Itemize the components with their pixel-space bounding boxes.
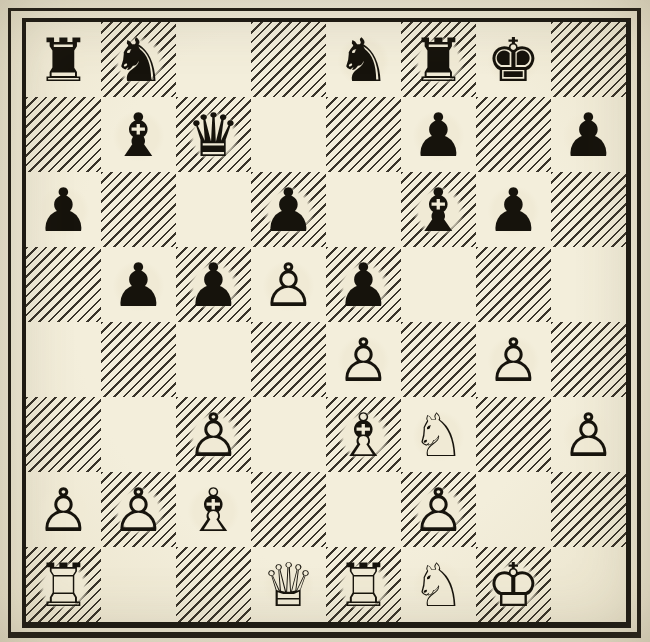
book-page: { "game": "chess", "diagram": { "style":… xyxy=(0,0,650,642)
white-pawn-g4: ♙ xyxy=(476,322,551,397)
black-rook-a8: ♜ xyxy=(26,22,101,97)
square-c5: ♟ xyxy=(176,247,251,322)
square-c3: ♙ xyxy=(176,397,251,472)
square-a1: ♖ xyxy=(26,547,101,622)
white-queen-d1: ♕ xyxy=(251,547,326,622)
white-bishop-e3: ♗ xyxy=(326,397,401,472)
white-knight-f3: ♘ xyxy=(401,397,476,472)
black-knight-b8: ♞ xyxy=(101,22,176,97)
black-pawn-a6: ♟ xyxy=(26,172,101,247)
square-g5 xyxy=(476,247,551,322)
square-h4 xyxy=(551,322,626,397)
square-c7: ♛ xyxy=(176,97,251,172)
square-h2 xyxy=(551,472,626,547)
square-f2: ♙ xyxy=(401,472,476,547)
black-king-g8: ♚ xyxy=(476,22,551,97)
white-pawn-d5: ♙ xyxy=(251,247,326,322)
square-g3 xyxy=(476,397,551,472)
square-e6 xyxy=(326,172,401,247)
square-b8: ♞ xyxy=(101,22,176,97)
square-a4 xyxy=(26,322,101,397)
black-pawn-f7: ♟ xyxy=(401,97,476,172)
square-d3 xyxy=(251,397,326,472)
square-e5: ♟ xyxy=(326,247,401,322)
square-e4: ♙ xyxy=(326,322,401,397)
square-f1: ♘ xyxy=(401,547,476,622)
white-king-g1: ♔ xyxy=(476,547,551,622)
square-b5: ♟ xyxy=(101,247,176,322)
white-rook-a1: ♖ xyxy=(26,547,101,622)
square-g2 xyxy=(476,472,551,547)
chess-board: ♜♞♞♜♚♝♛♟♟♟♟♝♟♟♟♙♟♙♙♙♗♘♙♙♙♗♙♖♕♖♘♔ xyxy=(26,22,626,622)
square-a7 xyxy=(26,97,101,172)
square-b7: ♝ xyxy=(101,97,176,172)
white-knight-f1: ♘ xyxy=(401,547,476,622)
black-pawn-h7: ♟ xyxy=(551,97,626,172)
square-h8 xyxy=(551,22,626,97)
black-bishop-f6: ♝ xyxy=(401,172,476,247)
white-bishop-c2: ♗ xyxy=(176,472,251,547)
black-rook-f8: ♜ xyxy=(401,22,476,97)
square-f6: ♝ xyxy=(401,172,476,247)
square-d2 xyxy=(251,472,326,547)
black-knight-e8: ♞ xyxy=(326,22,401,97)
diagram-inner-frame: ♜♞♞♜♚♝♛♟♟♟♟♝♟♟♟♙♟♙♙♙♗♘♙♙♙♗♙♖♕♖♘♔ xyxy=(22,18,631,628)
square-g1: ♔ xyxy=(476,547,551,622)
square-c6 xyxy=(176,172,251,247)
square-h3: ♙ xyxy=(551,397,626,472)
white-pawn-a2: ♙ xyxy=(26,472,101,547)
white-pawn-h3: ♙ xyxy=(551,397,626,472)
square-d8 xyxy=(251,22,326,97)
square-a6: ♟ xyxy=(26,172,101,247)
square-g8: ♚ xyxy=(476,22,551,97)
square-c1 xyxy=(176,547,251,622)
square-e1: ♖ xyxy=(326,547,401,622)
square-a2: ♙ xyxy=(26,472,101,547)
square-b3 xyxy=(101,397,176,472)
square-f4 xyxy=(401,322,476,397)
square-c4 xyxy=(176,322,251,397)
square-h1 xyxy=(551,547,626,622)
square-d5: ♙ xyxy=(251,247,326,322)
black-bishop-b7: ♝ xyxy=(101,97,176,172)
white-rook-e1: ♖ xyxy=(326,547,401,622)
square-b6 xyxy=(101,172,176,247)
square-g7 xyxy=(476,97,551,172)
black-pawn-c5: ♟ xyxy=(176,247,251,322)
square-b1 xyxy=(101,547,176,622)
black-pawn-b5: ♟ xyxy=(101,247,176,322)
white-pawn-b2: ♙ xyxy=(101,472,176,547)
square-h6 xyxy=(551,172,626,247)
square-a3 xyxy=(26,397,101,472)
square-d4 xyxy=(251,322,326,397)
square-c8 xyxy=(176,22,251,97)
white-pawn-f2: ♙ xyxy=(401,472,476,547)
square-g6: ♟ xyxy=(476,172,551,247)
square-a5 xyxy=(26,247,101,322)
square-c2: ♗ xyxy=(176,472,251,547)
square-f8: ♜ xyxy=(401,22,476,97)
square-a8: ♜ xyxy=(26,22,101,97)
square-h5 xyxy=(551,247,626,322)
square-e2 xyxy=(326,472,401,547)
black-pawn-g6: ♟ xyxy=(476,172,551,247)
white-pawn-c3: ♙ xyxy=(176,397,251,472)
square-e3: ♗ xyxy=(326,397,401,472)
square-h7: ♟ xyxy=(551,97,626,172)
square-b4 xyxy=(101,322,176,397)
black-pawn-e5: ♟ xyxy=(326,247,401,322)
square-d6: ♟ xyxy=(251,172,326,247)
square-d7 xyxy=(251,97,326,172)
square-b2: ♙ xyxy=(101,472,176,547)
square-f3: ♘ xyxy=(401,397,476,472)
square-f5 xyxy=(401,247,476,322)
black-queen-c7: ♛ xyxy=(176,97,251,172)
square-e7 xyxy=(326,97,401,172)
black-pawn-d6: ♟ xyxy=(251,172,326,247)
square-e8: ♞ xyxy=(326,22,401,97)
white-pawn-e4: ♙ xyxy=(326,322,401,397)
square-g4: ♙ xyxy=(476,322,551,397)
square-d1: ♕ xyxy=(251,547,326,622)
square-f7: ♟ xyxy=(401,97,476,172)
